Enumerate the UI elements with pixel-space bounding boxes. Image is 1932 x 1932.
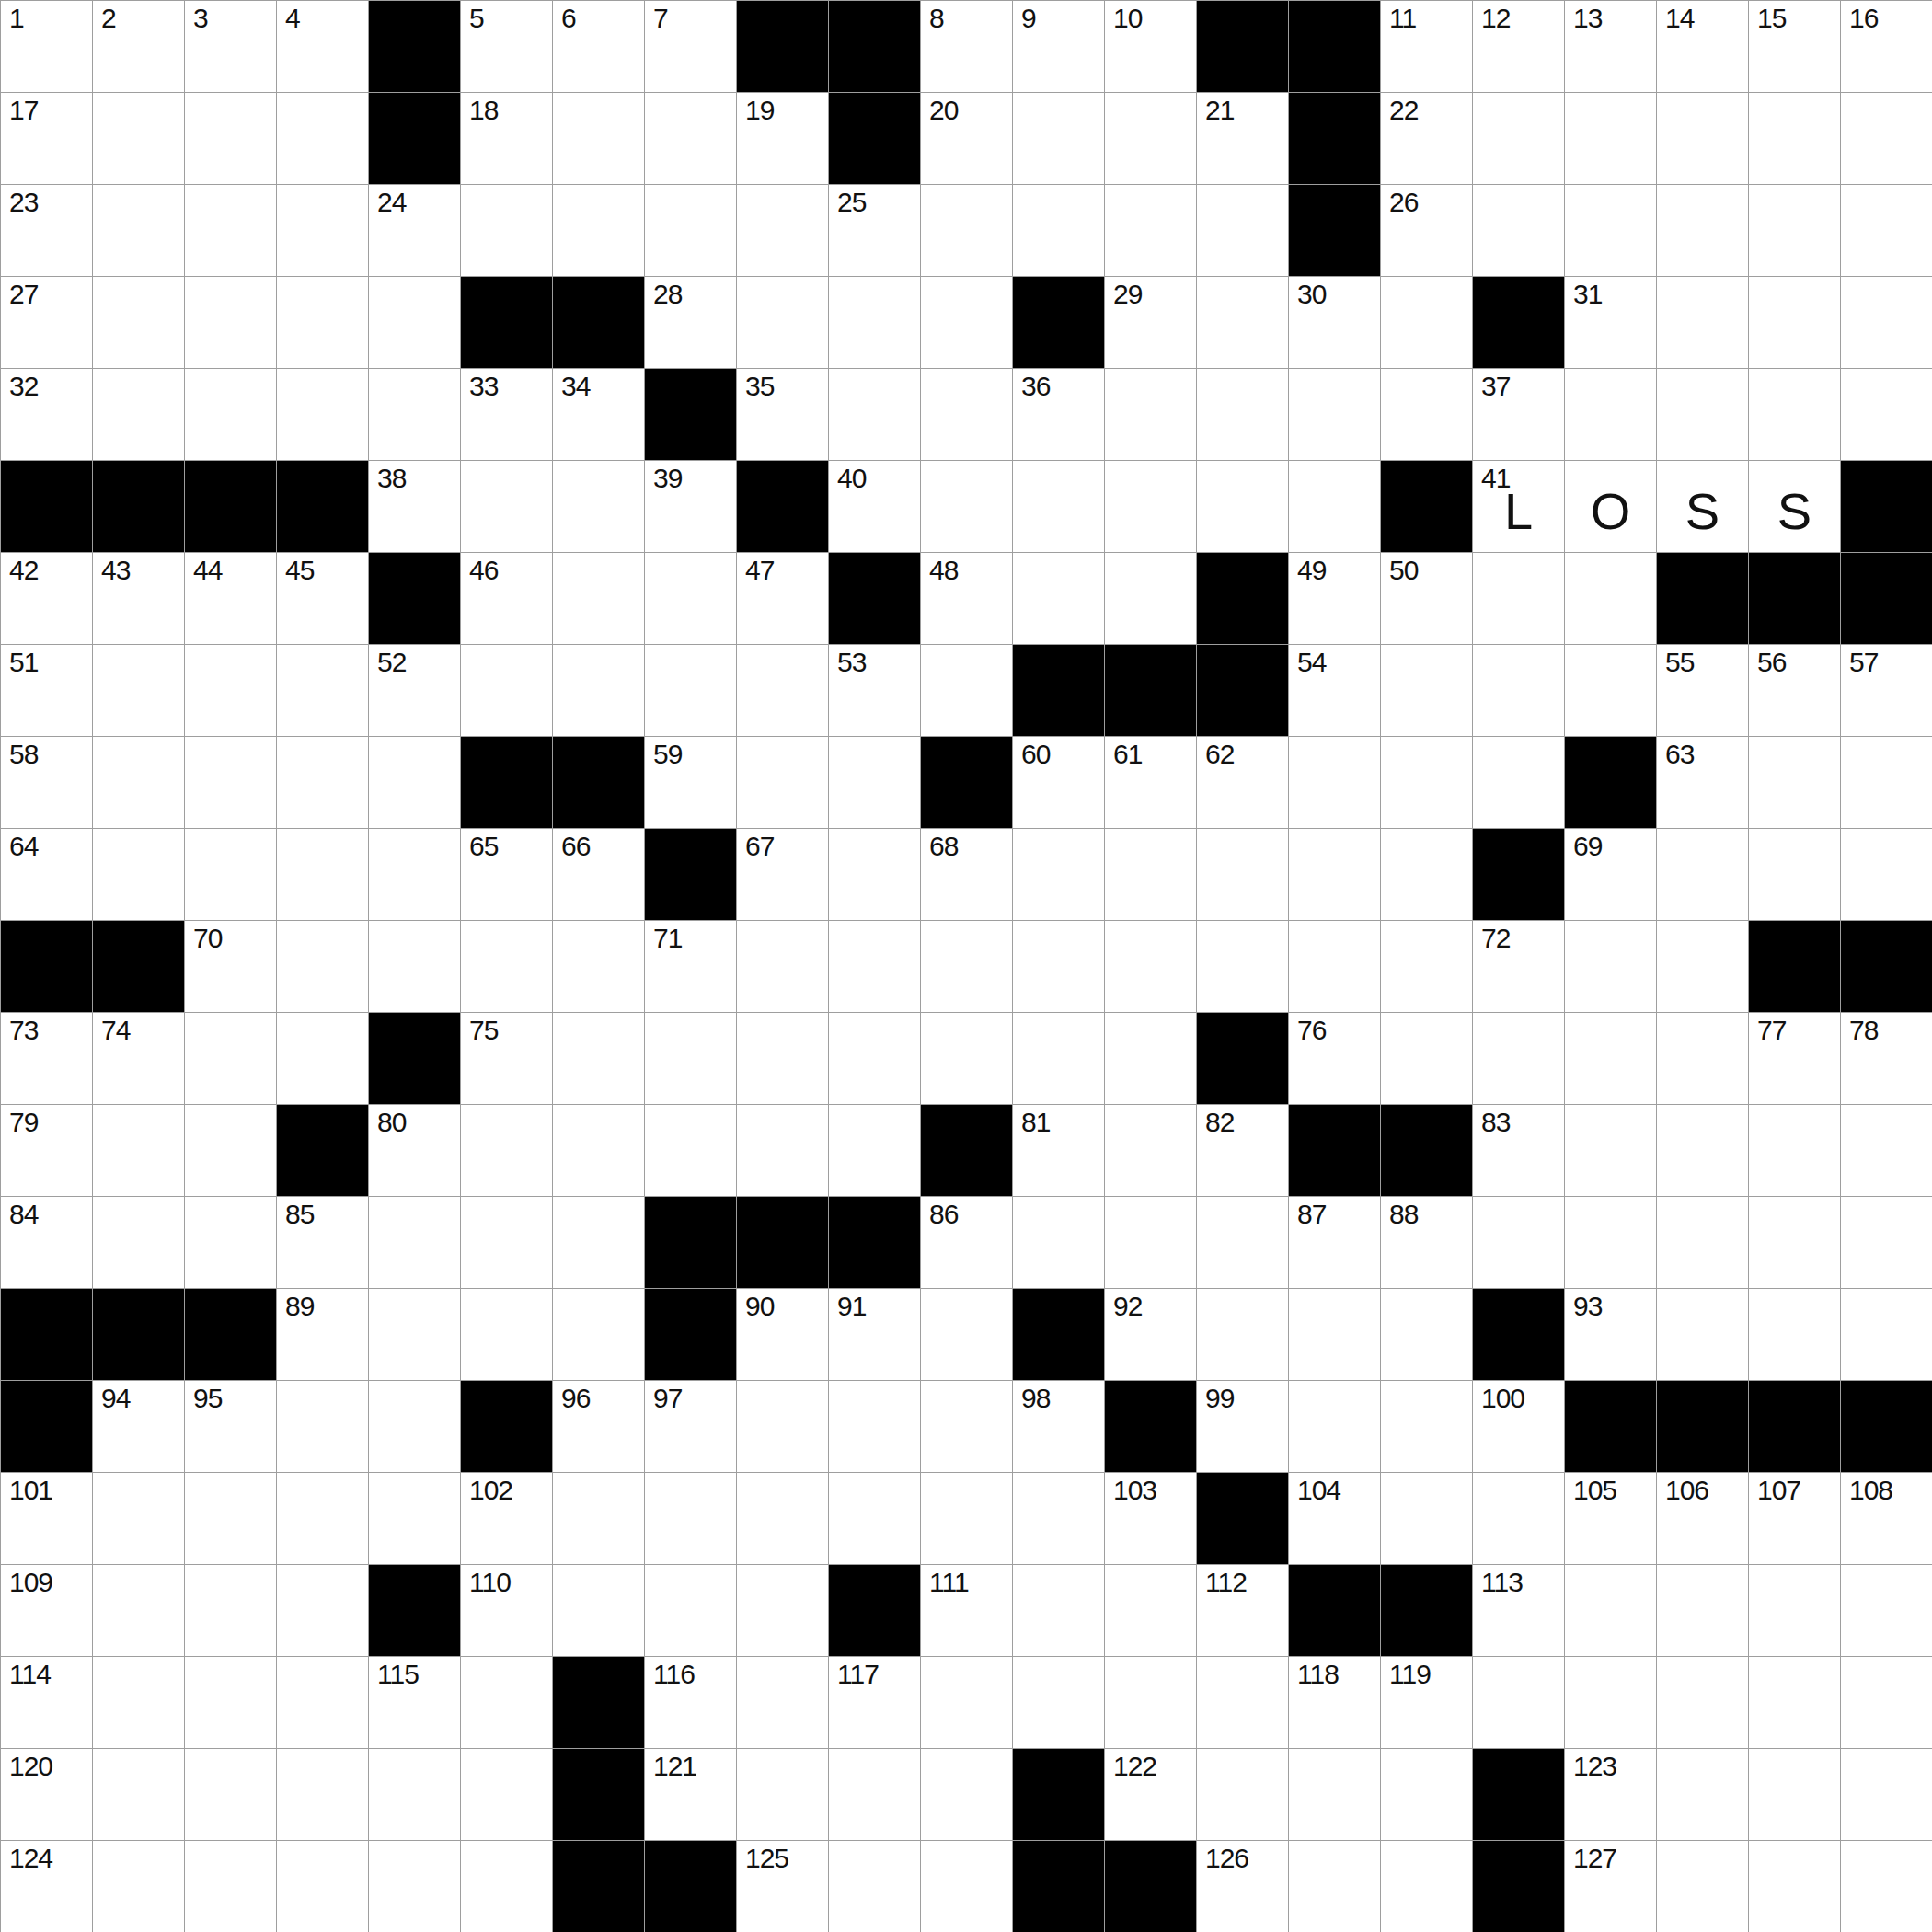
cell-r21c20[interactable] [1749, 1841, 1841, 1932]
cell-r2c8[interactable] [645, 93, 737, 185]
cell-r14c1[interactable]: 84 [1, 1197, 93, 1289]
cell-r14c12[interactable] [1013, 1197, 1105, 1289]
cell-r18c9[interactable] [737, 1565, 829, 1657]
cell-r10c13[interactable] [1105, 829, 1197, 921]
cell-r6c5[interactable]: 38 [369, 461, 461, 553]
cell-r3c10[interactable]: 25 [829, 185, 921, 277]
cell-r14c16[interactable]: 88 [1381, 1197, 1473, 1289]
cell-r16c9[interactable] [737, 1381, 829, 1473]
cell-r17c17[interactable] [1473, 1473, 1565, 1565]
cell-r19c11[interactable] [921, 1657, 1013, 1749]
cell-r7c15[interactable]: 49 [1289, 553, 1381, 645]
cell-r16c12[interactable]: 98 [1013, 1381, 1105, 1473]
cell-r18c20[interactable] [1749, 1565, 1841, 1657]
cell-r18c19[interactable] [1657, 1565, 1749, 1657]
cell-r7c18[interactable] [1565, 553, 1657, 645]
cell-r8c5[interactable]: 52 [369, 645, 461, 737]
cell-r2c1[interactable]: 17 [1, 93, 93, 185]
cell-r3c20[interactable] [1749, 185, 1841, 277]
cell-r9c1[interactable]: 58 [1, 737, 93, 829]
cell-r8c9[interactable] [737, 645, 829, 737]
cell-r16c4[interactable] [277, 1381, 369, 1473]
cell-r10c19[interactable] [1657, 829, 1749, 921]
cell-r11c10[interactable] [829, 921, 921, 1013]
cell-r13c8[interactable] [645, 1105, 737, 1197]
cell-r5c13[interactable] [1105, 369, 1197, 461]
cell-r14c5[interactable] [369, 1197, 461, 1289]
cell-r21c15[interactable] [1289, 1841, 1381, 1932]
cell-r3c3[interactable] [185, 185, 277, 277]
cell-r19c6[interactable] [461, 1657, 553, 1749]
cell-r4c14[interactable] [1197, 277, 1289, 369]
cell-r6c20[interactable]: S [1749, 461, 1841, 553]
cell-r4c19[interactable] [1657, 277, 1749, 369]
cell-r12c6[interactable]: 75 [461, 1013, 553, 1105]
cell-r9c16[interactable] [1381, 737, 1473, 829]
cell-r2c3[interactable] [185, 93, 277, 185]
cell-r4c8[interactable]: 28 [645, 277, 737, 369]
cell-r5c7[interactable]: 34 [553, 369, 645, 461]
cell-r9c9[interactable] [737, 737, 829, 829]
cell-r18c1[interactable]: 109 [1, 1565, 93, 1657]
cell-r11c8[interactable]: 71 [645, 921, 737, 1013]
cell-r16c5[interactable] [369, 1381, 461, 1473]
cell-r3c5[interactable]: 24 [369, 185, 461, 277]
cell-r17c10[interactable] [829, 1473, 921, 1565]
cell-r12c20[interactable]: 77 [1749, 1013, 1841, 1105]
cell-r14c15[interactable]: 87 [1289, 1197, 1381, 1289]
cell-r5c14[interactable] [1197, 369, 1289, 461]
cell-r2c2[interactable] [93, 93, 185, 185]
cell-r21c14[interactable]: 126 [1197, 1841, 1289, 1932]
cell-r20c18[interactable]: 123 [1565, 1749, 1657, 1841]
cell-r8c1[interactable]: 51 [1, 645, 93, 737]
cell-r2c17[interactable] [1473, 93, 1565, 185]
cell-r11c5[interactable] [369, 921, 461, 1013]
cell-r6c6[interactable] [461, 461, 553, 553]
cell-r18c11[interactable]: 111 [921, 1565, 1013, 1657]
cell-r20c8[interactable]: 121 [645, 1749, 737, 1841]
cell-r18c21[interactable] [1841, 1565, 1932, 1657]
cell-r17c5[interactable] [369, 1473, 461, 1565]
cell-r8c7[interactable] [553, 645, 645, 737]
cell-r20c14[interactable] [1197, 1749, 1289, 1841]
cell-r9c12[interactable]: 60 [1013, 737, 1105, 829]
cell-r15c9[interactable]: 90 [737, 1289, 829, 1381]
cell-r8c15[interactable]: 54 [1289, 645, 1381, 737]
cell-r2c11[interactable]: 20 [921, 93, 1013, 185]
cell-r4c18[interactable]: 31 [1565, 277, 1657, 369]
cell-r10c11[interactable]: 68 [921, 829, 1013, 921]
cell-r11c6[interactable] [461, 921, 553, 1013]
cell-r12c17[interactable] [1473, 1013, 1565, 1105]
cell-r19c13[interactable] [1105, 1657, 1197, 1749]
cell-r4c13[interactable]: 29 [1105, 277, 1197, 369]
cell-r4c21[interactable] [1841, 277, 1932, 369]
cell-r5c17[interactable]: 37 [1473, 369, 1565, 461]
cell-r6c8[interactable]: 39 [645, 461, 737, 553]
cell-r16c10[interactable] [829, 1381, 921, 1473]
cell-r17c19[interactable]: 106 [1657, 1473, 1749, 1565]
cell-r15c18[interactable]: 93 [1565, 1289, 1657, 1381]
cell-r14c18[interactable] [1565, 1197, 1657, 1289]
cell-r17c9[interactable] [737, 1473, 829, 1565]
cell-r5c11[interactable] [921, 369, 1013, 461]
cell-r17c16[interactable] [1381, 1473, 1473, 1565]
cell-r17c6[interactable]: 102 [461, 1473, 553, 1565]
cell-r21c10[interactable] [829, 1841, 921, 1932]
cell-r11c15[interactable] [1289, 921, 1381, 1013]
cell-r11c9[interactable] [737, 921, 829, 1013]
cell-r18c8[interactable] [645, 1565, 737, 1657]
cell-r17c11[interactable] [921, 1473, 1013, 1565]
cell-r21c4[interactable] [277, 1841, 369, 1932]
cell-r17c2[interactable] [93, 1473, 185, 1565]
cell-r18c14[interactable]: 112 [1197, 1565, 1289, 1657]
cell-r3c17[interactable] [1473, 185, 1565, 277]
cell-r6c7[interactable] [553, 461, 645, 553]
cell-r14c17[interactable] [1473, 1197, 1565, 1289]
cell-r15c20[interactable] [1749, 1289, 1841, 1381]
cell-r19c4[interactable] [277, 1657, 369, 1749]
cell-r13c6[interactable] [461, 1105, 553, 1197]
cell-r3c8[interactable] [645, 185, 737, 277]
cell-r18c12[interactable] [1013, 1565, 1105, 1657]
cell-r21c1[interactable]: 124 [1, 1841, 93, 1932]
cell-r7c2[interactable]: 43 [93, 553, 185, 645]
cell-r19c21[interactable] [1841, 1657, 1932, 1749]
cell-r20c19[interactable] [1657, 1749, 1749, 1841]
cell-r5c9[interactable]: 35 [737, 369, 829, 461]
cell-r1c18[interactable]: 13 [1565, 1, 1657, 93]
cell-r17c12[interactable] [1013, 1473, 1105, 1565]
cell-r13c7[interactable] [553, 1105, 645, 1197]
cell-r13c19[interactable] [1657, 1105, 1749, 1197]
cell-r8c21[interactable]: 57 [1841, 645, 1932, 737]
cell-r2c13[interactable] [1105, 93, 1197, 185]
cell-r9c15[interactable] [1289, 737, 1381, 829]
cell-r17c8[interactable] [645, 1473, 737, 1565]
cell-r9c20[interactable] [1749, 737, 1841, 829]
cell-r2c19[interactable] [1657, 93, 1749, 185]
cell-r12c3[interactable] [185, 1013, 277, 1105]
cell-r13c9[interactable] [737, 1105, 829, 1197]
cell-r3c14[interactable] [1197, 185, 1289, 277]
cell-r20c21[interactable] [1841, 1749, 1932, 1841]
cell-r9c4[interactable] [277, 737, 369, 829]
cell-r19c17[interactable] [1473, 1657, 1565, 1749]
cell-r12c16[interactable] [1381, 1013, 1473, 1105]
cell-r5c18[interactable] [1565, 369, 1657, 461]
cell-r2c21[interactable] [1841, 93, 1932, 185]
cell-r21c11[interactable] [921, 1841, 1013, 1932]
cell-r5c16[interactable] [1381, 369, 1473, 461]
cell-r4c2[interactable] [93, 277, 185, 369]
cell-r2c18[interactable] [1565, 93, 1657, 185]
cell-r20c15[interactable] [1289, 1749, 1381, 1841]
cell-r11c18[interactable] [1565, 921, 1657, 1013]
cell-r18c6[interactable]: 110 [461, 1565, 553, 1657]
cell-r4c20[interactable] [1749, 277, 1841, 369]
cell-r18c4[interactable] [277, 1565, 369, 1657]
cell-r13c14[interactable]: 82 [1197, 1105, 1289, 1197]
cell-r17c18[interactable]: 105 [1565, 1473, 1657, 1565]
cell-r16c16[interactable] [1381, 1381, 1473, 1473]
cell-r7c1[interactable]: 42 [1, 553, 93, 645]
cell-r3c1[interactable]: 23 [1, 185, 93, 277]
cell-r8c11[interactable] [921, 645, 1013, 737]
cell-r8c6[interactable] [461, 645, 553, 737]
cell-r10c4[interactable] [277, 829, 369, 921]
cell-r5c19[interactable] [1657, 369, 1749, 461]
cell-r10c1[interactable]: 64 [1, 829, 93, 921]
cell-r3c7[interactable] [553, 185, 645, 277]
cell-r1c16[interactable]: 11 [1381, 1, 1473, 93]
cell-r5c2[interactable] [93, 369, 185, 461]
cell-r8c8[interactable] [645, 645, 737, 737]
cell-r12c7[interactable] [553, 1013, 645, 1105]
cell-r1c7[interactable]: 6 [553, 1, 645, 93]
cell-r15c16[interactable] [1381, 1289, 1473, 1381]
cell-r2c20[interactable] [1749, 93, 1841, 185]
cell-r1c8[interactable]: 7 [645, 1, 737, 93]
cell-r20c6[interactable] [461, 1749, 553, 1841]
cell-r13c3[interactable] [185, 1105, 277, 1197]
cell-r9c19[interactable]: 63 [1657, 737, 1749, 829]
cell-r11c16[interactable] [1381, 921, 1473, 1013]
cell-r1c21[interactable]: 16 [1841, 1, 1932, 93]
cell-r7c12[interactable] [1013, 553, 1105, 645]
cell-r5c6[interactable]: 33 [461, 369, 553, 461]
cell-r3c13[interactable] [1105, 185, 1197, 277]
cell-r20c13[interactable]: 122 [1105, 1749, 1197, 1841]
cell-r20c11[interactable] [921, 1749, 1013, 1841]
cell-r8c4[interactable] [277, 645, 369, 737]
cell-r1c2[interactable]: 2 [93, 1, 185, 93]
cell-r6c11[interactable] [921, 461, 1013, 553]
cell-r14c6[interactable] [461, 1197, 553, 1289]
cell-r17c15[interactable]: 104 [1289, 1473, 1381, 1565]
cell-r13c2[interactable] [93, 1105, 185, 1197]
cell-r3c9[interactable] [737, 185, 829, 277]
cell-r15c15[interactable] [1289, 1289, 1381, 1381]
cell-r4c3[interactable] [185, 277, 277, 369]
cell-r20c3[interactable] [185, 1749, 277, 1841]
cell-r19c8[interactable]: 116 [645, 1657, 737, 1749]
cell-r4c9[interactable] [737, 277, 829, 369]
cell-r19c12[interactable] [1013, 1657, 1105, 1749]
cell-r17c21[interactable]: 108 [1841, 1473, 1932, 1565]
cell-r21c9[interactable]: 125 [737, 1841, 829, 1932]
cell-r19c1[interactable]: 114 [1, 1657, 93, 1749]
cell-r10c20[interactable] [1749, 829, 1841, 921]
cell-r3c18[interactable] [1565, 185, 1657, 277]
cell-r5c21[interactable] [1841, 369, 1932, 461]
cell-r15c7[interactable] [553, 1289, 645, 1381]
cell-r7c17[interactable] [1473, 553, 1565, 645]
cell-r19c20[interactable] [1749, 1657, 1841, 1749]
cell-r11c4[interactable] [277, 921, 369, 1013]
cell-r7c16[interactable]: 50 [1381, 553, 1473, 645]
cell-r11c14[interactable] [1197, 921, 1289, 1013]
cell-r9c2[interactable] [93, 737, 185, 829]
cell-r17c4[interactable] [277, 1473, 369, 1565]
cell-r10c15[interactable] [1289, 829, 1381, 921]
cell-r16c8[interactable]: 97 [645, 1381, 737, 1473]
cell-r1c17[interactable]: 12 [1473, 1, 1565, 93]
cell-r5c20[interactable] [1749, 369, 1841, 461]
cell-r19c10[interactable]: 117 [829, 1657, 921, 1749]
cell-r5c12[interactable]: 36 [1013, 369, 1105, 461]
cell-r14c21[interactable] [1841, 1197, 1932, 1289]
cell-r12c8[interactable] [645, 1013, 737, 1105]
cell-r19c18[interactable] [1565, 1657, 1657, 1749]
cell-r7c6[interactable]: 46 [461, 553, 553, 645]
cell-r10c18[interactable]: 69 [1565, 829, 1657, 921]
cell-r7c7[interactable] [553, 553, 645, 645]
cell-r7c4[interactable]: 45 [277, 553, 369, 645]
cell-r20c20[interactable] [1749, 1749, 1841, 1841]
cell-r19c19[interactable] [1657, 1657, 1749, 1749]
cell-r12c21[interactable]: 78 [1841, 1013, 1932, 1105]
cell-r12c15[interactable]: 76 [1289, 1013, 1381, 1105]
cell-r20c16[interactable] [1381, 1749, 1473, 1841]
cell-r11c11[interactable] [921, 921, 1013, 1013]
cell-r16c14[interactable]: 99 [1197, 1381, 1289, 1473]
cell-r21c3[interactable] [185, 1841, 277, 1932]
cell-r1c6[interactable]: 5 [461, 1, 553, 93]
cell-r10c14[interactable] [1197, 829, 1289, 921]
cell-r15c11[interactable] [921, 1289, 1013, 1381]
cell-r13c5[interactable]: 80 [369, 1105, 461, 1197]
cell-r15c6[interactable] [461, 1289, 553, 1381]
cell-r4c16[interactable] [1381, 277, 1473, 369]
cell-r15c4[interactable]: 89 [277, 1289, 369, 1381]
cell-r7c9[interactable]: 47 [737, 553, 829, 645]
cell-r20c2[interactable] [93, 1749, 185, 1841]
cell-r13c12[interactable]: 81 [1013, 1105, 1105, 1197]
cell-r11c13[interactable] [1105, 921, 1197, 1013]
cell-r14c19[interactable] [1657, 1197, 1749, 1289]
cell-r18c13[interactable] [1105, 1565, 1197, 1657]
cell-r18c3[interactable] [185, 1565, 277, 1657]
cell-r12c19[interactable] [1657, 1013, 1749, 1105]
cell-r15c21[interactable] [1841, 1289, 1932, 1381]
cell-r13c1[interactable]: 79 [1, 1105, 93, 1197]
cell-r7c8[interactable] [645, 553, 737, 645]
cell-r3c21[interactable] [1841, 185, 1932, 277]
cell-r10c7[interactable]: 66 [553, 829, 645, 921]
cell-r19c3[interactable] [185, 1657, 277, 1749]
cell-r12c4[interactable] [277, 1013, 369, 1105]
cell-r13c10[interactable] [829, 1105, 921, 1197]
cell-r20c4[interactable] [277, 1749, 369, 1841]
cell-r14c13[interactable] [1105, 1197, 1197, 1289]
cell-r5c10[interactable] [829, 369, 921, 461]
cell-r12c2[interactable]: 74 [93, 1013, 185, 1105]
cell-r18c7[interactable] [553, 1565, 645, 1657]
cell-r18c18[interactable] [1565, 1565, 1657, 1657]
cell-r14c7[interactable] [553, 1197, 645, 1289]
cell-r9c21[interactable] [1841, 737, 1932, 829]
cell-r15c19[interactable] [1657, 1289, 1749, 1381]
cell-r11c17[interactable]: 72 [1473, 921, 1565, 1013]
cell-r2c12[interactable] [1013, 93, 1105, 185]
cell-r12c12[interactable] [1013, 1013, 1105, 1105]
cell-r5c4[interactable] [277, 369, 369, 461]
cell-r6c15[interactable] [1289, 461, 1381, 553]
cell-r19c14[interactable] [1197, 1657, 1289, 1749]
cell-r15c10[interactable]: 91 [829, 1289, 921, 1381]
cell-r20c5[interactable] [369, 1749, 461, 1841]
cell-r3c11[interactable] [921, 185, 1013, 277]
cell-r1c1[interactable]: 1 [1, 1, 93, 93]
cell-r18c17[interactable]: 113 [1473, 1565, 1565, 1657]
cell-r17c1[interactable]: 101 [1, 1473, 93, 1565]
cell-r21c16[interactable] [1381, 1841, 1473, 1932]
cell-r10c21[interactable] [1841, 829, 1932, 921]
cell-r3c19[interactable] [1657, 185, 1749, 277]
cell-r10c5[interactable] [369, 829, 461, 921]
cell-r1c3[interactable]: 3 [185, 1, 277, 93]
cell-r4c11[interactable] [921, 277, 1013, 369]
cell-r3c2[interactable] [93, 185, 185, 277]
cell-r17c20[interactable]: 107 [1749, 1473, 1841, 1565]
cell-r2c14[interactable]: 21 [1197, 93, 1289, 185]
cell-r9c8[interactable]: 59 [645, 737, 737, 829]
cell-r1c20[interactable]: 15 [1749, 1, 1841, 93]
cell-r4c15[interactable]: 30 [1289, 277, 1381, 369]
cell-r8c16[interactable] [1381, 645, 1473, 737]
cell-r3c6[interactable] [461, 185, 553, 277]
cell-r6c13[interactable] [1105, 461, 1197, 553]
cell-r3c12[interactable] [1013, 185, 1105, 277]
cell-r8c19[interactable]: 55 [1657, 645, 1749, 737]
cell-r16c2[interactable]: 94 [93, 1381, 185, 1473]
cell-r16c17[interactable]: 100 [1473, 1381, 1565, 1473]
cell-r1c4[interactable]: 4 [277, 1, 369, 93]
cell-r8c20[interactable]: 56 [1749, 645, 1841, 737]
cell-r5c3[interactable] [185, 369, 277, 461]
cell-r12c1[interactable]: 73 [1, 1013, 93, 1105]
cell-r11c7[interactable] [553, 921, 645, 1013]
cell-r10c2[interactable] [93, 829, 185, 921]
cell-r8c2[interactable] [93, 645, 185, 737]
cell-r7c3[interactable]: 44 [185, 553, 277, 645]
cell-r14c3[interactable] [185, 1197, 277, 1289]
cell-r12c13[interactable] [1105, 1013, 1197, 1105]
cell-r1c19[interactable]: 14 [1657, 1, 1749, 93]
cell-r15c14[interactable] [1197, 1289, 1289, 1381]
cell-r4c10[interactable] [829, 277, 921, 369]
cell-r6c14[interactable] [1197, 461, 1289, 553]
cell-r6c17[interactable]: 41L [1473, 461, 1565, 553]
cell-r1c12[interactable]: 9 [1013, 1, 1105, 93]
cell-r16c11[interactable] [921, 1381, 1013, 1473]
cell-r5c5[interactable] [369, 369, 461, 461]
cell-r12c11[interactable] [921, 1013, 1013, 1105]
cell-r7c11[interactable]: 48 [921, 553, 1013, 645]
cell-r10c3[interactable] [185, 829, 277, 921]
cell-r9c14[interactable]: 62 [1197, 737, 1289, 829]
cell-r13c13[interactable] [1105, 1105, 1197, 1197]
cell-r2c9[interactable]: 19 [737, 93, 829, 185]
cell-r7c13[interactable] [1105, 553, 1197, 645]
cell-r21c18[interactable]: 127 [1565, 1841, 1657, 1932]
cell-r16c3[interactable]: 95 [185, 1381, 277, 1473]
cell-r17c3[interactable] [185, 1473, 277, 1565]
cell-r8c3[interactable] [185, 645, 277, 737]
